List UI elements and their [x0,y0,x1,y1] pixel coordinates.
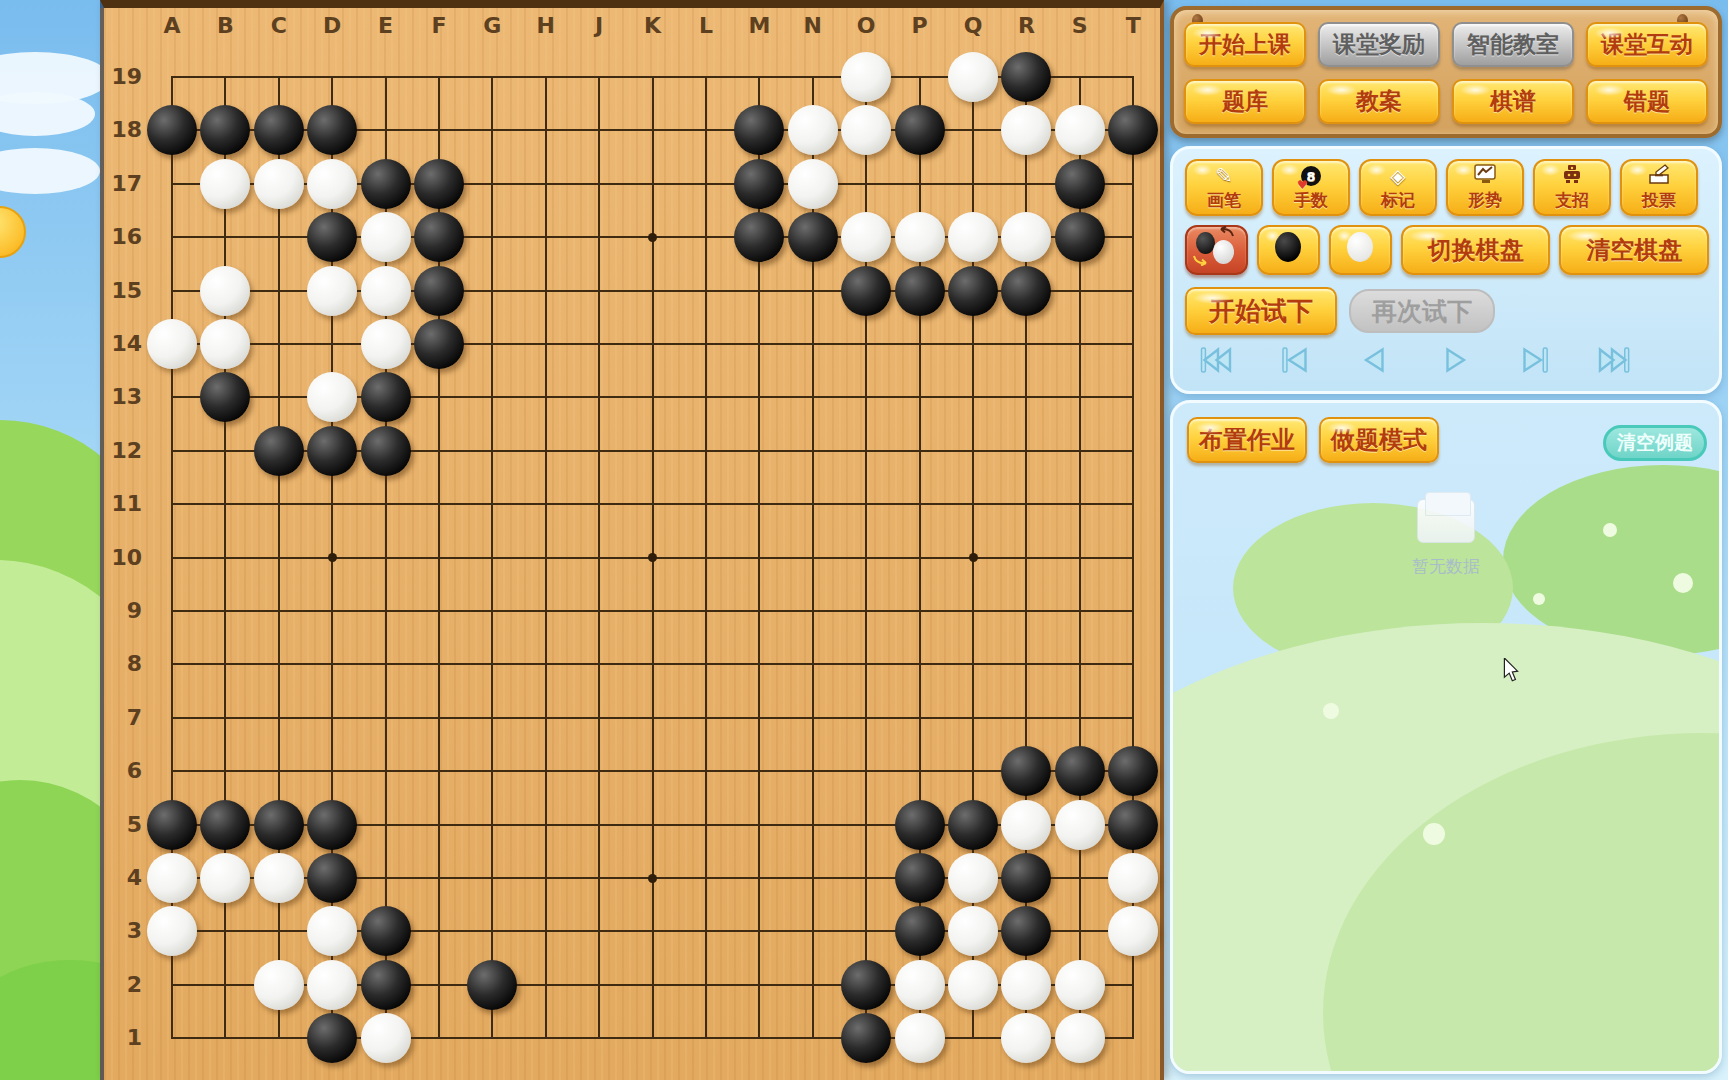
stone-white-T3 [1108,906,1158,956]
stone-white-C2 [254,960,304,1010]
stone-white-Q3 [948,906,998,956]
stone-black-F16 [414,212,464,262]
column-label: O [846,13,886,38]
app-stage: A19B18C17D16E15F14G13H12J11K10L9M8N7O6P5… [0,0,1728,1080]
stone-white-Q19 [948,52,998,102]
swap-stones-icon [1195,230,1237,270]
stone-white-S5 [1055,800,1105,850]
cloud [0,148,100,194]
column-label: P [900,13,940,38]
stone-black-E2 [361,960,411,1010]
stone-white-B4 [200,853,250,903]
row-label: 8 [106,651,142,676]
media-controls [1173,335,1719,379]
territory-label: 形势 [1468,189,1502,212]
stone-black-T18 [1108,105,1158,155]
column-label: T [1113,13,1153,38]
grid-line-horizontal [171,717,1134,719]
stone-black-D16 [307,212,357,262]
tool-row-icons: ✎画笔8♥手数◈标记形势支招投票 [1173,149,1719,216]
homework-buttons: 布置作业 做题模式 [1187,417,1439,463]
row-label: 2 [106,972,142,997]
stone-white-Q16 [948,212,998,262]
step-back-icon [1277,360,1313,379]
start-trial-button[interactable]: 开始试下 [1185,287,1337,335]
stone-black-A5 [147,800,197,850]
black-stone-icon [1275,232,1301,268]
row-label: 7 [106,705,142,730]
step-back-button[interactable] [1277,345,1313,379]
stone-white-R5 [1001,800,1051,850]
stone-white-B14 [200,319,250,369]
star-point [648,233,657,242]
column-label: J [579,13,619,38]
stone-black-M16 [734,212,784,262]
star-point [648,874,657,883]
stone-black-R4 [1001,853,1051,903]
row-label: 12 [106,438,142,463]
quiz-mode-button[interactable]: 做题模式 [1319,417,1439,463]
bush-dot [1323,703,1339,719]
stone-black-O15 [841,266,891,316]
start-class-button[interactable]: 开始上课 [1184,22,1306,67]
stone-black-R19 [1001,52,1051,102]
grid-line-vertical [705,76,707,1039]
row-label: 13 [106,384,142,409]
stone-white-D2 [307,960,357,1010]
class-menu-buttons: 开始上课课堂奖励智能教室课堂互动题库教案棋谱错题 [1184,22,1708,124]
star-point [648,553,657,562]
stone-white-O18 [841,105,891,155]
lesson-plans-button[interactable]: 教案 [1318,79,1440,124]
grid-line-horizontal [171,663,1134,665]
stone-white-N18 [788,105,838,155]
stone-black-B5 [200,800,250,850]
row-label: 9 [106,598,142,623]
empty-box-icon [1417,499,1475,543]
diamond-marker-icon: ◈ [1390,164,1405,188]
stone-black-B13 [200,372,250,422]
star-point [328,553,337,562]
column-label: K [633,13,673,38]
bush-dot [1533,593,1545,605]
stone-white-A4 [147,853,197,903]
stone-black-T6 [1108,746,1158,796]
row-label: 19 [106,64,142,89]
move-numbers-button[interactable]: 8♥手数 [1272,159,1350,216]
stone-black-P3 [895,906,945,956]
brush-label: 画笔 [1207,189,1241,212]
skip-to-end-icon [1597,360,1633,379]
stone-white-C4 [254,853,304,903]
grid-line-horizontal [171,610,1134,612]
row-label: 14 [106,331,142,356]
row-label: 15 [106,278,142,303]
row-label: 4 [106,865,142,890]
column-label: A [152,13,192,38]
stone-white-O19 [841,52,891,102]
column-label: B [205,13,245,38]
stone-white-P2 [895,960,945,1010]
stone-white-S1 [1055,1013,1105,1063]
stone-black-S6 [1055,746,1105,796]
stone-white-P16 [895,212,945,262]
stone-white-E1 [361,1013,411,1063]
stone-black-D18 [307,105,357,155]
stone-black-C12 [254,426,304,476]
territory-button[interactable]: 形势 [1446,159,1524,216]
move-number-icon: 8♥ [1301,165,1321,187]
stone-black-P15 [895,266,945,316]
stone-black-D1 [307,1013,357,1063]
marker-button[interactable]: ◈标记 [1359,159,1437,216]
stone-white-A14 [147,319,197,369]
stone-black-M17 [734,159,784,209]
stone-black-F14 [414,319,464,369]
hint-label: 支招 [1555,189,1589,212]
stone-black-O1 [841,1013,891,1063]
stone-white-E16 [361,212,411,262]
mouse-cursor [1500,658,1522,686]
swap-color-button[interactable] [1185,225,1248,275]
robot-icon [1560,163,1584,189]
stone-white-N17 [788,159,838,209]
stone-black-S16 [1055,212,1105,262]
white-stone-icon [1347,232,1373,268]
stone-white-A3 [147,906,197,956]
switch-board-button[interactable]: 切换棋盘 [1401,225,1551,275]
stone-black-O2 [841,960,891,1010]
stone-black-F17 [414,159,464,209]
stone-white-C17 [254,159,304,209]
game-records-button[interactable]: 棋谱 [1452,79,1574,124]
stone-white-Q2 [948,960,998,1010]
column-label: F [419,13,459,38]
place-white-button[interactable] [1329,225,1392,275]
clear-board-button[interactable]: 清空棋盘 [1559,225,1709,275]
empty-state: 暂无数据 [1173,499,1719,578]
place-black-button[interactable] [1257,225,1320,275]
column-label: M [739,13,779,38]
stone-white-E14 [361,319,411,369]
stone-black-R15 [1001,266,1051,316]
stone-black-D4 [307,853,357,903]
stone-black-C18 [254,105,304,155]
brush-button[interactable]: ✎画笔 [1185,159,1263,216]
stone-black-Q5 [948,800,998,850]
column-label: L [686,13,726,38]
stone-white-E15 [361,266,411,316]
stone-black-P4 [895,853,945,903]
column-label: N [793,13,833,38]
empty-state-text: 暂无数据 [1173,555,1719,578]
assign-homework-button[interactable]: 布置作业 [1187,417,1307,463]
stone-black-P18 [895,105,945,155]
column-label: H [526,13,566,38]
clear-examples-button[interactable]: 清空例题 [1603,425,1707,461]
stone-black-E17 [361,159,411,209]
stone-black-C5 [254,800,304,850]
stone-black-G2 [467,960,517,1010]
class-interaction-button[interactable]: 课堂互动 [1586,22,1708,67]
column-label: R [1006,13,1046,38]
goban[interactable]: A19B18C17D16E15F14G13H12J11K10L9M8N7O6P5… [100,0,1164,1080]
stone-black-F15 [414,266,464,316]
row-label: 6 [106,758,142,783]
wrong-answers-button[interactable]: 错题 [1586,79,1708,124]
tools-panel: ✎画笔8♥手数◈标记形势支招投票 切换棋盘清空棋盘 开始试下 再次试下 [1170,146,1722,394]
tool-row-stones: 切换棋盘清空棋盘 [1173,216,1719,275]
row-label: 17 [106,171,142,196]
marker-label: 标记 [1381,189,1415,212]
triangle-left-icon [1357,360,1393,379]
stone-white-D13 [307,372,357,422]
stone-white-R2 [1001,960,1051,1010]
vote-label: 投票 [1642,189,1676,212]
stone-black-N16 [788,212,838,262]
play-backward-button[interactable] [1357,345,1393,379]
stone-black-D5 [307,800,357,850]
play-forward-button[interactable] [1437,345,1473,379]
class-rewards-button[interactable]: 课堂奖励 [1318,22,1440,67]
retry-trial-button[interactable]: 再次试下 [1349,289,1495,333]
skip-to-start-icon [1197,360,1233,379]
row-label: 10 [106,545,142,570]
stone-black-E13 [361,372,411,422]
stone-black-M18 [734,105,784,155]
stone-white-O16 [841,212,891,262]
triangle-right-icon [1437,360,1473,379]
stone-black-S17 [1055,159,1105,209]
stone-black-Q15 [948,266,998,316]
trend-chart-icon [1473,163,1497,189]
stone-white-B17 [200,159,250,209]
step-forward-button[interactable] [1517,345,1553,379]
column-label: S [1060,13,1100,38]
question-bank-button[interactable]: 题库 [1184,79,1306,124]
stone-white-P1 [895,1013,945,1063]
row-label: 16 [106,224,142,249]
stone-white-S2 [1055,960,1105,1010]
stone-white-S18 [1055,105,1105,155]
step-forward-icon [1517,360,1553,379]
stone-black-B18 [200,105,250,155]
homework-panel: 暂无数据 布置作业 做题模式 清空例题 [1170,400,1722,1074]
row-label: 5 [106,812,142,837]
row-label: 3 [106,918,142,943]
stone-black-R6 [1001,746,1051,796]
jump-first-button[interactable] [1197,345,1233,379]
column-label: C [259,13,299,38]
column-label: E [366,13,406,38]
row-label: 1 [106,1025,142,1050]
stone-black-A18 [147,105,197,155]
class-menu-sign: 开始上课课堂奖励智能教室课堂互动题库教案棋谱错题 [1170,6,1722,138]
stone-black-E3 [361,906,411,956]
star-point [969,553,978,562]
column-label: D [312,13,352,38]
stone-white-Q4 [948,853,998,903]
stone-white-B15 [200,266,250,316]
pencil-icon: ✎ [1215,164,1233,188]
stone-white-R18 [1001,105,1051,155]
stone-black-P5 [895,800,945,850]
column-label: G [472,13,512,38]
stone-black-T5 [1108,800,1158,850]
stone-white-D17 [307,159,357,209]
row-label: 11 [106,491,142,516]
row-label: 18 [106,117,142,142]
stone-white-D3 [307,906,357,956]
stone-white-R16 [1001,212,1051,262]
sun-ball [0,206,26,258]
stone-black-E12 [361,426,411,476]
stone-black-D12 [307,426,357,476]
ballot-icon [1647,163,1671,189]
grid-line-horizontal [171,770,1134,772]
jump-last-button[interactable] [1597,345,1633,379]
hint-button[interactable]: 支招 [1533,159,1611,216]
stone-black-R3 [1001,906,1051,956]
column-label: Q [953,13,993,38]
stone-white-R1 [1001,1013,1051,1063]
vote-button[interactable]: 投票 [1620,159,1698,216]
trial-row: 开始试下 再次试下 [1173,275,1719,335]
stone-white-D15 [307,266,357,316]
smart-classroom-button[interactable]: 智能教室 [1452,22,1574,67]
stone-white-T4 [1108,853,1158,903]
bush-dot [1423,823,1445,845]
